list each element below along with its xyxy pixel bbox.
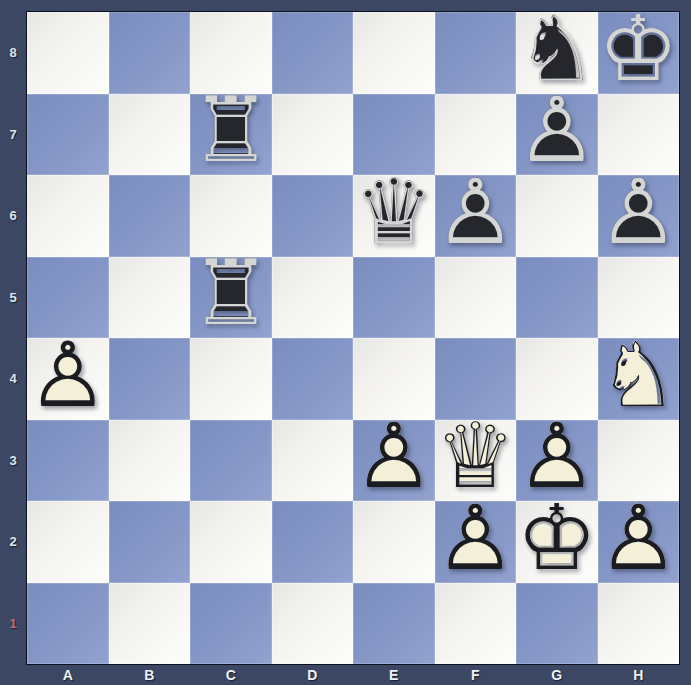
square-c3[interactable] bbox=[190, 420, 272, 502]
square-a8[interactable] bbox=[27, 12, 109, 94]
piece-fill-glyph: ♟ bbox=[27, 330, 108, 420]
white-knight-h4: ♞♘ bbox=[598, 338, 680, 420]
rank-label-7: 7 bbox=[0, 94, 26, 176]
square-c4[interactable] bbox=[190, 338, 272, 420]
piece-outline-glyph: ♖ bbox=[190, 249, 271, 339]
square-d3[interactable] bbox=[272, 420, 354, 502]
rank-label-2: 2 bbox=[0, 501, 26, 583]
square-h7[interactable] bbox=[598, 94, 680, 176]
square-d1[interactable] bbox=[272, 583, 354, 665]
white-queen-f3: ♛♕ bbox=[435, 420, 517, 502]
square-d7[interactable] bbox=[272, 94, 354, 176]
square-h4[interactable]: ♞♘ bbox=[598, 338, 680, 420]
piece-fill-glyph: ♜ bbox=[190, 86, 271, 176]
square-c2[interactable] bbox=[190, 501, 272, 583]
piece-fill-glyph: ♚ bbox=[516, 493, 597, 583]
square-e6[interactable]: ♛♕ bbox=[353, 175, 435, 257]
square-f2[interactable]: ♟♙ bbox=[435, 501, 517, 583]
rank-label-6: 6 bbox=[0, 175, 26, 257]
square-a7[interactable] bbox=[27, 94, 109, 176]
square-f7[interactable] bbox=[435, 94, 517, 176]
square-g4[interactable] bbox=[516, 338, 598, 420]
square-g1[interactable] bbox=[516, 583, 598, 665]
piece-outline-glyph: ♙ bbox=[516, 412, 597, 502]
piece-fill-glyph: ♛ bbox=[353, 167, 434, 257]
piece-outline-glyph: ♔ bbox=[598, 4, 679, 94]
piece-outline-glyph: ♔ bbox=[516, 493, 597, 583]
piece-fill-glyph: ♟ bbox=[435, 493, 516, 583]
square-h5[interactable] bbox=[598, 257, 680, 339]
rank-label-1: 1 bbox=[0, 583, 26, 665]
piece-fill-glyph: ♛ bbox=[435, 412, 516, 502]
piece-outline-glyph: ♙ bbox=[353, 412, 434, 502]
piece-outline-glyph: ♙ bbox=[516, 86, 597, 176]
piece-outline-glyph: ♙ bbox=[435, 493, 516, 583]
square-b1[interactable] bbox=[109, 583, 191, 665]
file-label-a: A bbox=[27, 665, 109, 685]
square-f5[interactable] bbox=[435, 257, 517, 339]
piece-fill-glyph: ♟ bbox=[353, 412, 434, 502]
square-f1[interactable] bbox=[435, 583, 517, 665]
piece-fill-glyph: ♞ bbox=[516, 4, 597, 94]
square-a4[interactable]: ♟♙ bbox=[27, 338, 109, 420]
piece-fill-glyph: ♟ bbox=[516, 412, 597, 502]
chess-board: ♞♘♚♔♜♖♟♙♛♕♟♙♟♙♜♖♟♙♞♘♟♙♛♕♟♙♟♙♚♔♟♙ bbox=[26, 11, 680, 665]
piece-outline-glyph: ♙ bbox=[435, 167, 516, 257]
square-d5[interactable] bbox=[272, 257, 354, 339]
rank-label-3: 3 bbox=[0, 420, 26, 502]
file-label-h: H bbox=[598, 665, 680, 685]
piece-outline-glyph: ♕ bbox=[435, 412, 516, 502]
rank-label-8: 8 bbox=[0, 12, 26, 94]
white-pawn-f2: ♟♙ bbox=[435, 501, 517, 583]
black-king-h8: ♚♔ bbox=[598, 12, 680, 94]
square-c7[interactable]: ♜♖ bbox=[190, 94, 272, 176]
square-g2[interactable]: ♚♔ bbox=[516, 501, 598, 583]
square-a2[interactable] bbox=[27, 501, 109, 583]
square-d8[interactable] bbox=[272, 12, 354, 94]
black-queen-e6: ♛♕ bbox=[353, 175, 435, 257]
black-knight-g8: ♞♘ bbox=[516, 12, 598, 94]
square-g6[interactable] bbox=[516, 175, 598, 257]
square-h1[interactable] bbox=[598, 583, 680, 665]
square-a5[interactable] bbox=[27, 257, 109, 339]
piece-fill-glyph: ♟ bbox=[516, 86, 597, 176]
black-pawn-g7: ♟♙ bbox=[516, 94, 598, 176]
piece-outline-glyph: ♙ bbox=[598, 167, 679, 257]
file-label-b: B bbox=[109, 665, 191, 685]
file-label-f: F bbox=[435, 665, 517, 685]
white-pawn-g3: ♟♙ bbox=[516, 420, 598, 502]
square-c5[interactable]: ♜♖ bbox=[190, 257, 272, 339]
piece-outline-glyph: ♘ bbox=[516, 4, 597, 94]
square-e4[interactable] bbox=[353, 338, 435, 420]
square-e5[interactable] bbox=[353, 257, 435, 339]
piece-fill-glyph: ♟ bbox=[598, 493, 679, 583]
square-b6[interactable] bbox=[109, 175, 191, 257]
piece-outline-glyph: ♕ bbox=[353, 167, 434, 257]
square-c6[interactable] bbox=[190, 175, 272, 257]
square-g8[interactable]: ♞♘ bbox=[516, 12, 598, 94]
square-b5[interactable] bbox=[109, 257, 191, 339]
piece-fill-glyph: ♟ bbox=[435, 167, 516, 257]
square-d2[interactable] bbox=[272, 501, 354, 583]
piece-outline-glyph: ♙ bbox=[27, 330, 108, 420]
square-b8[interactable] bbox=[109, 12, 191, 94]
square-h8[interactable]: ♚♔ bbox=[598, 12, 680, 94]
piece-fill-glyph: ♚ bbox=[598, 4, 679, 94]
square-c8[interactable] bbox=[190, 12, 272, 94]
square-f3[interactable]: ♛♕ bbox=[435, 420, 517, 502]
square-g5[interactable] bbox=[516, 257, 598, 339]
white-pawn-a4: ♟♙ bbox=[27, 338, 109, 420]
black-pawn-h6: ♟♙ bbox=[598, 175, 680, 257]
square-e2[interactable] bbox=[353, 501, 435, 583]
square-d6[interactable] bbox=[272, 175, 354, 257]
piece-outline-glyph: ♙ bbox=[598, 493, 679, 583]
chess-board-window: ♞♘♚♔♜♖♟♙♛♕♟♙♟♙♜♖♟♙♞♘♟♙♛♕♟♙♟♙♚♔♟♙ 8765432… bbox=[0, 0, 691, 685]
square-f8[interactable] bbox=[435, 12, 517, 94]
square-b3[interactable] bbox=[109, 420, 191, 502]
black-pawn-f6: ♟♙ bbox=[435, 175, 517, 257]
piece-outline-glyph: ♖ bbox=[190, 86, 271, 176]
square-b2[interactable] bbox=[109, 501, 191, 583]
square-b7[interactable] bbox=[109, 94, 191, 176]
white-king-g2: ♚♔ bbox=[516, 501, 598, 583]
square-c1[interactable] bbox=[190, 583, 272, 665]
square-h2[interactable]: ♟♙ bbox=[598, 501, 680, 583]
square-f6[interactable]: ♟♙ bbox=[435, 175, 517, 257]
square-e1[interactable] bbox=[353, 583, 435, 665]
square-a1[interactable] bbox=[27, 583, 109, 665]
square-a6[interactable] bbox=[27, 175, 109, 257]
square-g7[interactable]: ♟♙ bbox=[516, 94, 598, 176]
square-h6[interactable]: ♟♙ bbox=[598, 175, 680, 257]
square-e7[interactable] bbox=[353, 94, 435, 176]
white-pawn-h2: ♟♙ bbox=[598, 501, 680, 583]
rank-label-4: 4 bbox=[0, 338, 26, 420]
square-g3[interactable]: ♟♙ bbox=[516, 420, 598, 502]
file-label-g: G bbox=[516, 665, 598, 685]
square-f4[interactable] bbox=[435, 338, 517, 420]
piece-outline-glyph: ♘ bbox=[598, 330, 679, 420]
square-e8[interactable] bbox=[353, 12, 435, 94]
black-rook-c7: ♜♖ bbox=[190, 94, 272, 176]
square-h3[interactable] bbox=[598, 420, 680, 502]
square-b4[interactable] bbox=[109, 338, 191, 420]
piece-fill-glyph: ♟ bbox=[598, 167, 679, 257]
rank-label-5: 5 bbox=[0, 257, 26, 339]
file-label-e: E bbox=[353, 665, 435, 685]
piece-fill-glyph: ♞ bbox=[598, 330, 679, 420]
square-d4[interactable] bbox=[272, 338, 354, 420]
black-rook-c5: ♜♖ bbox=[190, 257, 272, 339]
file-label-c: C bbox=[190, 665, 272, 685]
piece-fill-glyph: ♜ bbox=[190, 249, 271, 339]
white-pawn-e3: ♟♙ bbox=[353, 420, 435, 502]
file-label-d: D bbox=[272, 665, 354, 685]
square-a3[interactable] bbox=[27, 420, 109, 502]
square-e3[interactable]: ♟♙ bbox=[353, 420, 435, 502]
